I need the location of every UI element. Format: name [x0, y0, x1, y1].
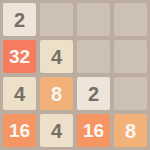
tile-16: 16: [3, 114, 36, 147]
empty-cell: [77, 40, 110, 73]
tile-8: 8: [114, 114, 147, 147]
tile-32: 32: [3, 40, 36, 73]
tile-2: 2: [77, 77, 110, 110]
board-2048[interactable]: 2324482164168: [0, 0, 150, 150]
empty-cell: [77, 3, 110, 36]
tile-2: 2: [3, 3, 36, 36]
tile-4: 4: [40, 114, 73, 147]
tile-4: 4: [3, 77, 36, 110]
tile-16: 16: [77, 114, 110, 147]
empty-cell: [114, 77, 147, 110]
empty-cell: [114, 40, 147, 73]
tile-8: 8: [40, 77, 73, 110]
empty-cell: [40, 3, 73, 36]
tile-4: 4: [40, 40, 73, 73]
empty-cell: [114, 3, 147, 36]
